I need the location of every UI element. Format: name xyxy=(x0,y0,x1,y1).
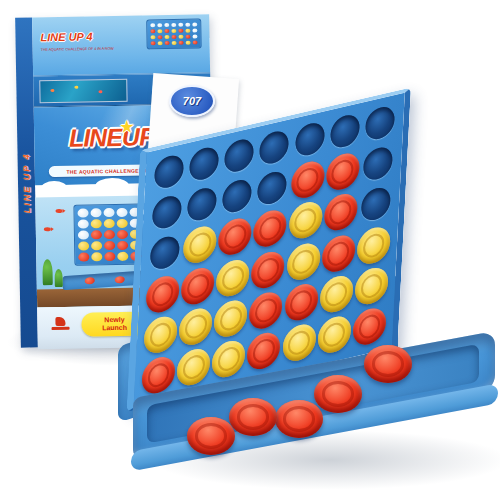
plant-icon xyxy=(42,259,52,285)
hole-c2-r1 xyxy=(189,144,220,182)
red-disc xyxy=(284,281,319,324)
red-disc xyxy=(218,215,253,258)
illustration-dot xyxy=(186,41,191,45)
brand-mark-icon xyxy=(51,317,69,333)
hole-c4-r2 xyxy=(257,169,288,207)
hole-c2-r6 xyxy=(178,348,209,386)
illustration-dot xyxy=(78,241,89,250)
illustration-dot xyxy=(151,41,156,45)
hole-c2-r3 xyxy=(185,226,216,264)
cloud-shape xyxy=(95,178,129,195)
yellow-disc xyxy=(216,256,251,299)
illustration-dot xyxy=(178,29,183,33)
badge-707: 707 xyxy=(169,85,215,117)
lid-board-illustration xyxy=(146,18,202,49)
illustration-dot xyxy=(171,35,176,39)
illustration-red-disc xyxy=(85,277,95,285)
hole-c6-r1 xyxy=(329,112,360,150)
tray-red-disc xyxy=(314,375,362,413)
red-disc xyxy=(247,330,282,373)
box-lid-inner-panel: LINE UP 4 THE AQUATIC CHALLENGE OF 4 IN … xyxy=(32,14,210,76)
illustration-dot xyxy=(91,252,102,261)
board-grid xyxy=(140,98,399,400)
hole-c2-r5 xyxy=(180,308,211,346)
hole-c5-r5 xyxy=(286,283,317,321)
hole-c7-r6 xyxy=(354,308,385,346)
illustration-dot xyxy=(172,41,177,45)
newly-launch-line2: Launch xyxy=(102,324,127,332)
illustration-dot xyxy=(192,29,197,33)
illustration-dot xyxy=(91,230,102,239)
illustration-dot xyxy=(116,208,127,217)
illustration-dot xyxy=(150,29,155,33)
red-disc xyxy=(321,232,356,275)
red-disc xyxy=(251,248,286,291)
illustration-dot xyxy=(103,208,114,217)
illustration-dot xyxy=(91,241,102,250)
illustration-dot xyxy=(158,41,163,45)
hole-c7-r5 xyxy=(356,267,387,305)
fish-icon xyxy=(44,227,51,231)
yellow-disc xyxy=(183,223,218,266)
hole-c1-r2 xyxy=(152,193,183,231)
illustration-dot xyxy=(104,241,115,250)
star-icon: ★ xyxy=(120,118,134,136)
hole-c6-r6 xyxy=(319,316,350,354)
tray-red-disc xyxy=(229,398,277,436)
hole-c1-r1 xyxy=(154,152,185,190)
illustration-dot xyxy=(117,241,128,250)
yellow-disc xyxy=(282,322,317,365)
hole-c4-r1 xyxy=(259,128,290,166)
illustration-dot xyxy=(77,208,88,217)
hole-c3-r3 xyxy=(220,218,251,256)
hole-c3-r5 xyxy=(216,299,247,337)
plant-icon xyxy=(55,269,63,287)
illustration-dot xyxy=(178,23,183,27)
hole-c6-r4 xyxy=(323,234,354,272)
tray-red-disc xyxy=(187,417,235,455)
fish-icon xyxy=(55,209,62,213)
hole-c3-r2 xyxy=(222,177,253,215)
hole-c1-r3 xyxy=(150,234,181,272)
illustration-red-disc xyxy=(115,276,125,284)
hole-c5-r3 xyxy=(290,202,321,240)
hole-c5-r2 xyxy=(292,161,323,199)
illustration-dot xyxy=(185,35,190,39)
hole-c7-r2 xyxy=(363,145,394,183)
yellow-disc xyxy=(211,338,246,381)
hole-c4-r4 xyxy=(253,251,284,289)
red-disc xyxy=(180,264,215,307)
tray-red-disc xyxy=(364,345,412,383)
illustration-dot xyxy=(185,23,190,27)
hole-c7-r3 xyxy=(360,185,391,223)
red-disc xyxy=(352,305,387,348)
yellow-disc xyxy=(288,199,323,242)
yellow-disc xyxy=(178,305,213,348)
illustration-dot xyxy=(157,29,162,33)
hole-c1-r6 xyxy=(143,357,174,395)
illustration-dot xyxy=(78,230,89,239)
yellow-disc xyxy=(354,265,389,308)
illustration-dot xyxy=(117,252,128,261)
yellow-disc xyxy=(143,313,178,356)
illustration-dot xyxy=(104,230,115,239)
hole-c4-r3 xyxy=(255,210,286,248)
cloud-shape xyxy=(41,181,67,195)
fish-icon xyxy=(50,89,54,92)
logo-word-line: LINE xyxy=(69,123,122,152)
red-disc xyxy=(145,272,180,315)
badge-707-text: 707 xyxy=(183,95,201,107)
illustration-dot xyxy=(165,41,170,45)
illustration-dot xyxy=(164,35,169,39)
red-disc xyxy=(253,207,288,250)
illustration-dot xyxy=(90,208,101,217)
hole-c2-r4 xyxy=(183,267,214,305)
hole-c1-r5 xyxy=(145,316,176,354)
illustration-dot xyxy=(157,35,162,39)
aquarium-picture xyxy=(39,79,127,104)
illustration-dot xyxy=(150,35,155,39)
illustration-dot xyxy=(117,219,128,228)
hole-c4-r6 xyxy=(249,332,280,370)
red-disc xyxy=(249,289,284,332)
illustration-dot xyxy=(117,230,128,239)
hole-c6-r5 xyxy=(321,275,352,313)
yellow-disc xyxy=(319,273,354,316)
tray-red-disc xyxy=(275,400,323,438)
fish-icon xyxy=(74,86,78,89)
illustration-dot xyxy=(171,23,176,27)
illustration-dot xyxy=(78,219,89,228)
lid-logo-text: LINE UP 4 xyxy=(40,30,92,43)
box-side-logo-text: LINE UP 4 xyxy=(21,152,32,213)
yellow-disc xyxy=(356,224,391,267)
illustration-dot xyxy=(164,29,169,33)
hole-c5-r6 xyxy=(284,324,315,362)
hole-c6-r2 xyxy=(327,153,358,191)
hole-c5-r4 xyxy=(288,242,319,280)
yellow-disc xyxy=(176,346,211,389)
red-disc xyxy=(323,191,358,234)
fish-icon xyxy=(98,90,102,93)
illustration-dot xyxy=(185,29,190,33)
hole-c3-r1 xyxy=(224,136,255,174)
illustration-dot xyxy=(171,29,176,33)
illustration-dot xyxy=(178,35,183,39)
hole-c4-r5 xyxy=(251,291,282,329)
illustration-dot xyxy=(91,219,102,228)
illustration-dot xyxy=(192,23,197,27)
illustration-dot xyxy=(78,252,89,261)
illustration-dot xyxy=(192,35,197,39)
illustration-dot xyxy=(164,23,169,27)
illustration-dot xyxy=(150,23,155,27)
product-photo-line-up-4: LINE UP 4 LINE UP 4 THE AQUATIC CHALLENG… xyxy=(0,0,500,500)
hole-c7-r1 xyxy=(365,104,396,142)
illustration-dot xyxy=(193,41,198,45)
yellow-disc xyxy=(317,313,352,356)
hole-c3-r6 xyxy=(213,340,244,378)
hole-c3-r4 xyxy=(218,259,249,297)
illustration-dot xyxy=(179,41,184,45)
hole-c7-r4 xyxy=(358,226,389,264)
illustration-dot xyxy=(104,219,115,228)
illustration-dot xyxy=(157,23,162,27)
hole-c5-r1 xyxy=(294,120,325,158)
hole-c6-r3 xyxy=(325,193,356,231)
yellow-disc xyxy=(213,297,248,340)
yellow-disc xyxy=(286,240,321,283)
hole-c1-r4 xyxy=(147,275,178,313)
red-disc xyxy=(325,150,360,193)
illustration-dot xyxy=(104,252,115,261)
red-disc xyxy=(290,158,325,201)
hole-c2-r2 xyxy=(187,185,218,223)
lid-tagline-text: THE AQUATIC CHALLENGE OF 4 IN A ROW xyxy=(41,46,114,52)
